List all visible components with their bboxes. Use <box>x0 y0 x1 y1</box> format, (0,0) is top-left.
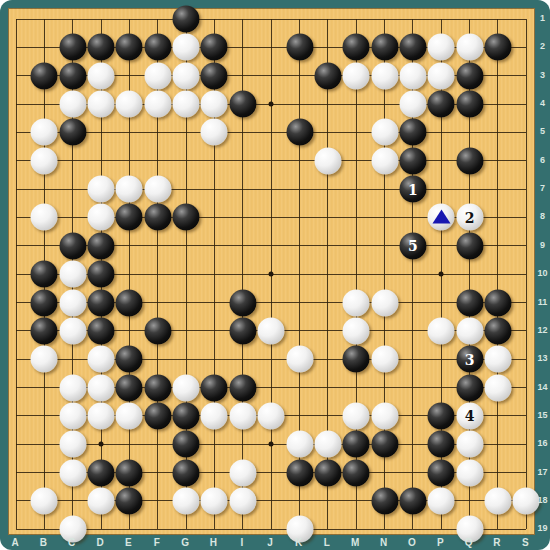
black-stone-P17 <box>428 459 455 486</box>
row-label-13: 13 <box>537 353 547 363</box>
black-stone-E8 <box>116 204 143 231</box>
column-label-O: O <box>408 536 416 547</box>
column-label-H: H <box>210 536 217 547</box>
black-stone-F15 <box>144 402 171 429</box>
black-stone-K5 <box>286 119 313 146</box>
column-label-A: A <box>11 536 18 547</box>
column-label-Q: Q <box>465 536 473 547</box>
white-stone-I17 <box>229 459 256 486</box>
row-label-7: 7 <box>540 183 545 193</box>
black-stone-N16 <box>371 431 398 458</box>
black-stone-F8 <box>144 204 171 231</box>
black-stone-E13 <box>116 346 143 373</box>
black-stone-D9 <box>88 232 115 259</box>
black-stone-E18 <box>116 487 143 514</box>
grid-line-vertical <box>497 19 498 529</box>
row-label-15: 15 <box>537 410 547 420</box>
white-stone-Q2 <box>456 34 483 61</box>
white-stone-R14 <box>484 374 511 401</box>
black-stone-D11 <box>88 289 115 316</box>
black-stone-Q13: 3 <box>456 346 483 373</box>
row-label-8: 8 <box>540 211 545 221</box>
black-stone-P16 <box>428 431 455 458</box>
row-label-17: 17 <box>537 467 547 477</box>
black-stone-G8 <box>173 204 200 231</box>
row-label-14: 14 <box>537 382 547 392</box>
triangle-marker-icon <box>432 209 450 223</box>
column-label-C: C <box>68 536 75 547</box>
white-stone-B13 <box>31 346 58 373</box>
white-stone-B5 <box>31 119 58 146</box>
row-label-11: 11 <box>538 297 548 307</box>
white-stone-F7 <box>144 176 171 203</box>
white-stone-N3 <box>371 62 398 89</box>
black-stone-O9: 5 <box>399 232 426 259</box>
white-stone-P18 <box>428 487 455 514</box>
black-stone-L3 <box>314 62 341 89</box>
black-stone-C2 <box>59 34 86 61</box>
white-stone-H18 <box>201 487 228 514</box>
white-stone-K13 <box>286 346 313 373</box>
column-label-M: M <box>351 536 359 547</box>
row-label-2: 2 <box>540 41 545 51</box>
white-stone-D4 <box>88 91 115 118</box>
black-stone-D12 <box>88 317 115 344</box>
white-stone-G2 <box>173 34 200 61</box>
black-stone-N18 <box>371 487 398 514</box>
move-number-label: 3 <box>465 352 475 366</box>
black-stone-K17 <box>286 459 313 486</box>
black-stone-R12 <box>484 317 511 344</box>
black-stone-H2 <box>201 34 228 61</box>
black-stone-P15 <box>428 402 455 429</box>
white-stone-G3 <box>173 62 200 89</box>
white-stone-M12 <box>343 317 370 344</box>
black-stone-I11 <box>229 289 256 316</box>
white-stone-D13 <box>88 346 115 373</box>
black-stone-D17 <box>88 459 115 486</box>
white-stone-B8 <box>31 204 58 231</box>
star-point <box>269 442 274 447</box>
white-stone-K16 <box>286 431 313 458</box>
column-label-E: E <box>125 536 132 547</box>
black-stone-O6 <box>399 147 426 174</box>
white-stone-D15 <box>88 402 115 429</box>
move-number-label: 2 <box>465 210 475 224</box>
row-label-19: 19 <box>537 523 547 533</box>
white-stone-C17 <box>59 459 86 486</box>
white-stone-N11 <box>371 289 398 316</box>
white-stone-B18 <box>31 487 58 514</box>
black-stone-E17 <box>116 459 143 486</box>
black-stone-I4 <box>229 91 256 118</box>
white-stone-F4 <box>144 91 171 118</box>
white-stone-P3 <box>428 62 455 89</box>
black-stone-Q9 <box>456 232 483 259</box>
white-stone-M11 <box>343 289 370 316</box>
column-label-D: D <box>96 536 103 547</box>
black-stone-M13 <box>343 346 370 373</box>
white-stone-G14 <box>173 374 200 401</box>
white-stone-O3 <box>399 62 426 89</box>
black-stone-O7: 1 <box>399 176 426 203</box>
white-stone-S18 <box>513 487 540 514</box>
black-stone-G16 <box>173 431 200 458</box>
white-stone-C12 <box>59 317 86 344</box>
black-stone-G1 <box>173 6 200 33</box>
move-number-label: 4 <box>465 409 475 423</box>
white-stone-M3 <box>343 62 370 89</box>
white-stone-N6 <box>371 147 398 174</box>
star-point <box>99 442 104 447</box>
white-stone-N13 <box>371 346 398 373</box>
column-label-G: G <box>181 536 189 547</box>
white-stone-J15 <box>258 402 285 429</box>
white-stone-E15 <box>116 402 143 429</box>
row-label-16: 16 <box>537 438 547 448</box>
black-stone-O2 <box>399 34 426 61</box>
black-stone-B12 <box>31 317 58 344</box>
black-stone-M16 <box>343 431 370 458</box>
black-stone-Q14 <box>456 374 483 401</box>
black-stone-F12 <box>144 317 171 344</box>
black-stone-K2 <box>286 34 313 61</box>
column-label-R: R <box>493 536 500 547</box>
black-stone-H3 <box>201 62 228 89</box>
white-stone-C14 <box>59 374 86 401</box>
black-stone-R11 <box>484 289 511 316</box>
white-stone-H5 <box>201 119 228 146</box>
grid-line-horizontal <box>16 529 526 530</box>
white-stone-H4 <box>201 91 228 118</box>
black-stone-B11 <box>31 289 58 316</box>
row-label-10: 10 <box>537 268 547 278</box>
white-stone-E7 <box>116 176 143 203</box>
row-label-4: 4 <box>540 98 545 108</box>
row-label-3: 3 <box>540 70 545 80</box>
black-stone-Q6 <box>456 147 483 174</box>
white-stone-Q16 <box>456 431 483 458</box>
white-stone-E4 <box>116 91 143 118</box>
white-stone-R13 <box>484 346 511 373</box>
black-stone-M17 <box>343 459 370 486</box>
star-point <box>439 272 444 277</box>
board-frame: 12534 ABCDEFGHIJKLMNOPQRS 12345678910111… <box>0 0 550 550</box>
row-label-18: 18 <box>537 495 547 505</box>
black-stone-P4 <box>428 91 455 118</box>
column-label-I: I <box>240 536 243 547</box>
black-stone-E2 <box>116 34 143 61</box>
column-label-B: B <box>40 536 47 547</box>
white-stone-F3 <box>144 62 171 89</box>
row-label-6: 6 <box>540 155 545 165</box>
white-stone-J12 <box>258 317 285 344</box>
white-stone-C4 <box>59 91 86 118</box>
white-stone-Q8: 2 <box>456 204 483 231</box>
black-stone-R2 <box>484 34 511 61</box>
black-stone-C5 <box>59 119 86 146</box>
white-stone-G18 <box>173 487 200 514</box>
black-stone-D10 <box>88 261 115 288</box>
move-number-label: 1 <box>408 182 418 196</box>
black-stone-L17 <box>314 459 341 486</box>
black-stone-O18 <box>399 487 426 514</box>
black-stone-F14 <box>144 374 171 401</box>
black-stone-E11 <box>116 289 143 316</box>
white-stone-D14 <box>88 374 115 401</box>
black-stone-M2 <box>343 34 370 61</box>
white-stone-D8 <box>88 204 115 231</box>
black-stone-Q11 <box>456 289 483 316</box>
white-stone-L16 <box>314 431 341 458</box>
row-label-9: 9 <box>540 240 545 250</box>
black-stone-B3 <box>31 62 58 89</box>
black-stone-C3 <box>59 62 86 89</box>
black-stone-G17 <box>173 459 200 486</box>
column-label-P: P <box>437 536 444 547</box>
column-label-K: K <box>295 536 302 547</box>
star-point <box>269 102 274 107</box>
white-stone-G4 <box>173 91 200 118</box>
white-stone-I15 <box>229 402 256 429</box>
white-stone-O4 <box>399 91 426 118</box>
white-stone-C10 <box>59 261 86 288</box>
white-stone-P8 <box>428 204 455 231</box>
white-stone-Q15: 4 <box>456 402 483 429</box>
white-stone-B6 <box>31 147 58 174</box>
star-point <box>269 272 274 277</box>
column-label-J: J <box>267 536 273 547</box>
go-diagram: 12534 ABCDEFGHIJKLMNOPQRS 12345678910111… <box>0 0 550 550</box>
row-label-12: 12 <box>537 325 547 335</box>
white-stone-D3 <box>88 62 115 89</box>
move-number-label: 5 <box>408 239 418 253</box>
white-stone-C11 <box>59 289 86 316</box>
row-label-5: 5 <box>540 126 545 136</box>
black-stone-Q4 <box>456 91 483 118</box>
black-stone-Q3 <box>456 62 483 89</box>
row-label-1: 1 <box>540 13 545 23</box>
column-label-N: N <box>380 536 387 547</box>
white-stone-N15 <box>371 402 398 429</box>
white-stone-C16 <box>59 431 86 458</box>
white-stone-L6 <box>314 147 341 174</box>
white-stone-P12 <box>428 317 455 344</box>
white-stone-C15 <box>59 402 86 429</box>
black-stone-I12 <box>229 317 256 344</box>
black-stone-N2 <box>371 34 398 61</box>
white-stone-D18 <box>88 487 115 514</box>
white-stone-M15 <box>343 402 370 429</box>
black-stone-O5 <box>399 119 426 146</box>
column-label-L: L <box>324 536 330 547</box>
white-stone-Q17 <box>456 459 483 486</box>
black-stone-H14 <box>201 374 228 401</box>
black-stone-B10 <box>31 261 58 288</box>
white-stone-N5 <box>371 119 398 146</box>
white-stone-I18 <box>229 487 256 514</box>
grid-line-vertical <box>526 19 527 529</box>
column-label-S: S <box>522 536 529 547</box>
white-stone-R18 <box>484 487 511 514</box>
black-stone-E14 <box>116 374 143 401</box>
black-stone-G15 <box>173 402 200 429</box>
go-board[interactable]: 12534 <box>8 8 535 535</box>
white-stone-H15 <box>201 402 228 429</box>
white-stone-Q12 <box>456 317 483 344</box>
black-stone-F2 <box>144 34 171 61</box>
black-stone-D2 <box>88 34 115 61</box>
white-stone-D7 <box>88 176 115 203</box>
black-stone-C9 <box>59 232 86 259</box>
white-stone-P2 <box>428 34 455 61</box>
black-stone-I14 <box>229 374 256 401</box>
column-label-F: F <box>154 536 160 547</box>
